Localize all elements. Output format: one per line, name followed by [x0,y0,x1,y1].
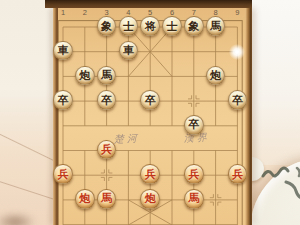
piece-red-horse[interactable]: 馬 [97,189,117,209]
piece-glyph: 車 [123,45,134,56]
piece-black-pawn[interactable]: 卒 [140,90,160,110]
piece-glyph: 炮 [145,193,156,204]
piece-glyph: 炮 [79,70,90,81]
river-label-left: 楚河 [114,132,140,147]
piece-glyph: 将 [145,21,156,32]
piece-black-general[interactable]: 将 [140,16,160,36]
piece-glyph: 卒 [58,95,69,106]
piece-glyph: 卒 [145,95,156,106]
piece-red-cannon[interactable]: 炮 [140,189,160,209]
piece-black-pawn[interactable]: 卒 [97,90,117,110]
piece-glyph: 車 [58,45,69,56]
piece-black-elephant[interactable]: 象 [184,16,204,36]
piece-red-pawn[interactable]: 兵 [53,164,73,184]
piece-black-pawn[interactable]: 卒 [228,90,248,110]
piece-glyph: 象 [101,21,112,32]
piece-black-elephant[interactable]: 象 [97,16,117,36]
piece-glyph: 馬 [210,21,221,32]
piece-red-horse[interactable]: 馬 [184,189,204,209]
piece-red-pawn[interactable]: 兵 [184,164,204,184]
piece-red-cannon[interactable]: 炮 [75,189,95,209]
piece-black-advisor[interactable]: 士 [162,16,182,36]
piece-black-advisor[interactable]: 士 [119,16,139,36]
piece-red-pawn[interactable]: 兵 [140,164,160,184]
game-screen: 123456789 楚河 漢界 象士将士象馬車車炮馬炮卒卒卒卒卒兵兵兵兵兵炮馬炮… [0,0,300,225]
piece-glyph: 兵 [145,169,156,180]
piece-glyph: 卒 [232,95,243,106]
piece-glyph: 卒 [101,95,112,106]
move-highlight-dot [229,44,245,60]
piece-black-pawn[interactable]: 卒 [53,90,73,110]
piece-glyph: 兵 [188,169,199,180]
piece-glyph: 士 [123,21,134,32]
piece-black-pawn[interactable]: 卒 [184,115,204,135]
piece-glyph: 馬 [188,193,199,204]
piece-glyph: 兵 [232,169,243,180]
piece-glyph: 兵 [101,144,112,155]
piece-glyph: 兵 [58,169,69,180]
piece-black-chariot[interactable]: 車 [53,41,73,61]
piece-glyph: 士 [167,21,178,32]
piece-glyph: 馬 [101,70,112,81]
piece-glyph: 卒 [188,119,199,130]
piece-glyph: 馬 [101,193,112,204]
piece-black-cannon[interactable]: 炮 [75,66,95,86]
piece-glyph: 炮 [210,70,221,81]
piece-glyph: 炮 [79,193,90,204]
piece-red-pawn[interactable]: 兵 [228,164,248,184]
piece-glyph: 象 [188,21,199,32]
piece-black-horse[interactable]: 馬 [206,16,226,36]
